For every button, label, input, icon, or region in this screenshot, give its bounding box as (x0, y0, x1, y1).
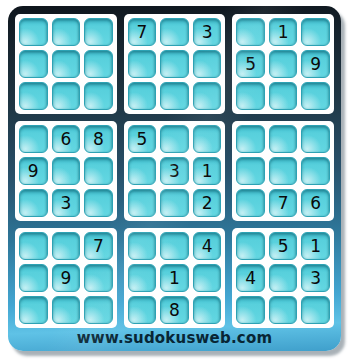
cell-r9c3[interactable] (84, 296, 113, 324)
cell-r2c3[interactable] (84, 50, 113, 78)
cell-r9c6[interactable] (193, 296, 222, 324)
cell-r7c9[interactable]: 1 (301, 232, 330, 260)
cell-r2c6[interactable] (193, 50, 222, 78)
cell-r7c7[interactable] (236, 232, 265, 260)
cell-r6c2[interactable]: 3 (52, 189, 81, 217)
cell-r2c9[interactable]: 9 (301, 50, 330, 78)
cell-r2c5[interactable] (160, 50, 189, 78)
cell-r6c8[interactable]: 7 (269, 189, 298, 217)
cell-r6c5[interactable] (160, 189, 189, 217)
cell-r9c2[interactable] (52, 296, 81, 324)
board-grid: 731596893531276794185143 (15, 14, 334, 328)
cell-r5c3[interactable] (84, 157, 113, 185)
cell-r2c2[interactable] (52, 50, 81, 78)
cell-r1c1[interactable] (19, 18, 48, 46)
sudoku-board: 731596893531276794185143 www.sudokusweb.… (8, 6, 341, 351)
cell-r5c1[interactable]: 9 (19, 157, 48, 185)
cell-r5c7[interactable] (236, 157, 265, 185)
site-link[interactable]: www.sudokusweb.com (8, 329, 341, 347)
cell-r3c5[interactable] (160, 82, 189, 110)
cell-r8c7[interactable]: 4 (236, 264, 265, 292)
cell-r2c7[interactable]: 5 (236, 50, 265, 78)
cell-r4c7[interactable] (236, 125, 265, 153)
cell-r2c8[interactable] (269, 50, 298, 78)
cell-r4c1[interactable] (19, 125, 48, 153)
cell-r3c8[interactable] (269, 82, 298, 110)
cell-r5c9[interactable] (301, 157, 330, 185)
cell-r9c9[interactable] (301, 296, 330, 324)
cell-r5c5[interactable]: 3 (160, 157, 189, 185)
cell-r1c6[interactable]: 3 (193, 18, 222, 46)
cell-r3c4[interactable] (128, 82, 157, 110)
block-2: 73 (124, 14, 226, 114)
cell-r9c7[interactable] (236, 296, 265, 324)
cell-r6c1[interactable] (19, 189, 48, 217)
cell-r7c3[interactable]: 7 (84, 232, 113, 260)
cell-r1c5[interactable] (160, 18, 189, 46)
cell-r7c2[interactable] (52, 232, 81, 260)
cell-r7c4[interactable] (128, 232, 157, 260)
cell-r1c3[interactable] (84, 18, 113, 46)
cell-r2c4[interactable] (128, 50, 157, 78)
cell-r4c3[interactable]: 8 (84, 125, 113, 153)
cell-r6c6[interactable]: 2 (193, 189, 222, 217)
cell-r1c9[interactable] (301, 18, 330, 46)
cell-r5c8[interactable] (269, 157, 298, 185)
block-3: 159 (232, 14, 334, 114)
cell-r8c2[interactable]: 9 (52, 264, 81, 292)
cell-r3c1[interactable] (19, 82, 48, 110)
cell-r8c1[interactable] (19, 264, 48, 292)
cell-r2c1[interactable] (19, 50, 48, 78)
cell-r8c6[interactable] (193, 264, 222, 292)
cell-r8c5[interactable]: 1 (160, 264, 189, 292)
cell-r9c1[interactable] (19, 296, 48, 324)
cell-r3c9[interactable] (301, 82, 330, 110)
cell-r4c8[interactable] (269, 125, 298, 153)
cell-r7c1[interactable] (19, 232, 48, 260)
cell-r1c4[interactable]: 7 (128, 18, 157, 46)
cell-r6c9[interactable]: 6 (301, 189, 330, 217)
cell-r3c3[interactable] (84, 82, 113, 110)
block-1 (15, 14, 117, 114)
cell-r4c9[interactable] (301, 125, 330, 153)
block-9: 5143 (232, 228, 334, 328)
block-6: 76 (232, 121, 334, 221)
cell-r8c9[interactable]: 3 (301, 264, 330, 292)
cell-r5c6[interactable]: 1 (193, 157, 222, 185)
cell-r9c5[interactable]: 8 (160, 296, 189, 324)
cell-r8c4[interactable] (128, 264, 157, 292)
cell-r3c6[interactable] (193, 82, 222, 110)
cell-r3c7[interactable] (236, 82, 265, 110)
cell-r9c4[interactable] (128, 296, 157, 324)
cell-r4c4[interactable]: 5 (128, 125, 157, 153)
cell-r1c8[interactable]: 1 (269, 18, 298, 46)
cell-r7c5[interactable] (160, 232, 189, 260)
cell-r1c2[interactable] (52, 18, 81, 46)
cell-r3c2[interactable] (52, 82, 81, 110)
cell-r7c6[interactable]: 4 (193, 232, 222, 260)
cell-r6c4[interactable] (128, 189, 157, 217)
cell-r6c7[interactable] (236, 189, 265, 217)
cell-r4c6[interactable] (193, 125, 222, 153)
cell-r5c4[interactable] (128, 157, 157, 185)
cell-r4c5[interactable] (160, 125, 189, 153)
cell-r7c8[interactable]: 5 (269, 232, 298, 260)
cell-r8c3[interactable] (84, 264, 113, 292)
cell-r9c8[interactable] (269, 296, 298, 324)
cell-r6c3[interactable] (84, 189, 113, 217)
block-8: 418 (124, 228, 226, 328)
block-7: 79 (15, 228, 117, 328)
block-5: 5312 (124, 121, 226, 221)
cell-r4c2[interactable]: 6 (52, 125, 81, 153)
cell-r8c8[interactable] (269, 264, 298, 292)
block-4: 6893 (15, 121, 117, 221)
cell-r1c7[interactable] (236, 18, 265, 46)
cell-r5c2[interactable] (52, 157, 81, 185)
